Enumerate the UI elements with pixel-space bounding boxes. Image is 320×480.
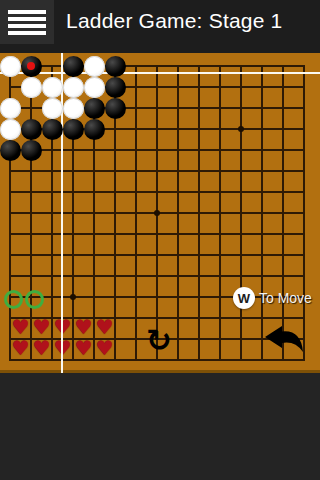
undo-arrow-icon xyxy=(264,325,308,356)
to-move-label: To Move xyxy=(259,290,312,306)
bottom-bar xyxy=(0,373,320,480)
restart-button[interactable]: ↻ xyxy=(146,325,172,356)
hamburger-menu-button[interactable] xyxy=(0,0,54,44)
app-header: Ladder Game: Stage 1 xyxy=(0,0,320,53)
to-move-indicator: W To Move xyxy=(233,287,312,309)
page-title: Ladder Game: Stage 1 xyxy=(66,9,282,33)
hint-circle-marker xyxy=(4,290,23,309)
app-screen: Ladder Game: Stage 1 ♥♥♥♥♥♥♥♥♥♥ W To Mov… xyxy=(0,0,320,480)
go-board[interactable]: ♥♥♥♥♥♥♥♥♥♥ W To Move ↻ xyxy=(0,53,320,373)
undo-button[interactable] xyxy=(264,325,308,356)
white-stone-icon: W xyxy=(233,287,255,309)
hamburger-menu-icon xyxy=(8,10,46,14)
hint-circle-marker xyxy=(25,290,44,309)
restart-icon: ↻ xyxy=(146,322,172,358)
